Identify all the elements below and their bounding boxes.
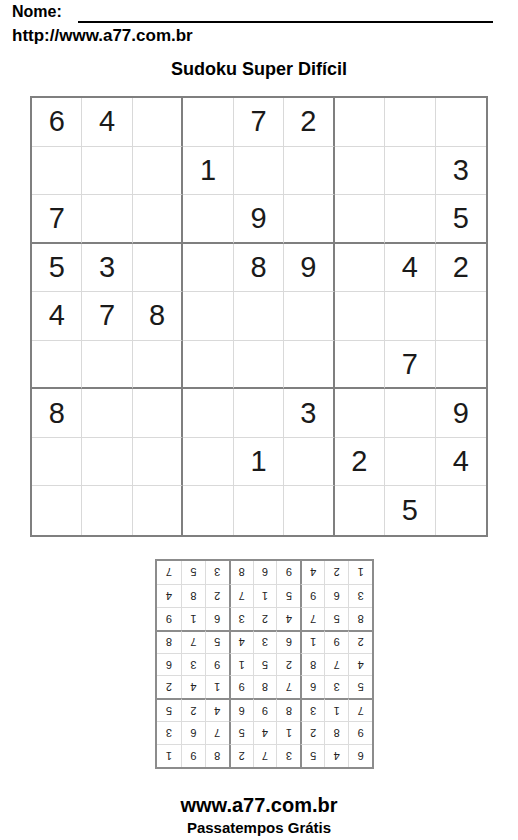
- puzzle-cell-r6c2: [82, 341, 132, 390]
- puzzle-cell-r2c5: [234, 147, 284, 196]
- puzzle-cell-r3c6: [284, 195, 334, 244]
- solution-cell-r3c6: 6: [229, 698, 253, 721]
- puzzle-cell-r9c6: [284, 486, 334, 535]
- solution-cell-r8c3: 9: [300, 584, 324, 607]
- puzzle-cell-r8c8: [385, 438, 435, 487]
- puzzle-cell-r1c5: 7: [234, 98, 284, 147]
- sudoku-worksheet-page: Nome: http://www.a77.com.br Sudoku Super…: [0, 0, 518, 840]
- puzzle-cell-r3c5: 9: [234, 195, 284, 244]
- solution-cell-r6c8: 7: [181, 630, 205, 653]
- puzzle-cell-r6c1: [32, 341, 82, 390]
- solution-cell-r3c8: 2: [181, 698, 205, 721]
- solution-cell-r7c8: 1: [181, 607, 205, 630]
- puzzle-cell-r4c6: 9: [284, 244, 334, 293]
- puzzle-cell-r6c6: [284, 341, 334, 390]
- solution-cell-r7c4: 4: [276, 607, 300, 630]
- solution-cell-r9c5: 6: [253, 561, 277, 584]
- puzzle-cell-r5c6: [284, 292, 334, 341]
- puzzle-cell-r2c2: [82, 147, 132, 196]
- solution-cell-r5c6: 1: [229, 653, 253, 676]
- puzzle-cell-r7c6: 3: [284, 389, 334, 438]
- puzzle-cell-r4c5: 8: [234, 244, 284, 293]
- solution-cell-r1c9: 1: [157, 744, 181, 767]
- solution-cell-r2c3: 2: [300, 721, 324, 744]
- solution-cell-r7c7: 6: [205, 607, 229, 630]
- puzzle-cell-r5c7: [335, 292, 385, 341]
- solution-cell-r7c1: 8: [348, 607, 372, 630]
- solution-cell-r6c9: 8: [157, 630, 181, 653]
- puzzle-cell-r1c1: 6: [32, 98, 82, 147]
- puzzle-cell-r5c1: 4: [32, 292, 82, 341]
- solution-cell-r6c1: 2: [348, 630, 372, 653]
- solution-cell-r4c9: 2: [157, 675, 181, 698]
- puzzle-cell-r8c4: [183, 438, 233, 487]
- sudoku-grid: 64721379553894247878391245: [30, 96, 488, 537]
- puzzle-cell-r3c4: [183, 195, 233, 244]
- puzzle-cell-r8c9: 4: [436, 438, 486, 487]
- solution-cell-r8c9: 4: [157, 584, 181, 607]
- solution-cell-r2c6: 5: [229, 721, 253, 744]
- solution-cell-r3c3: 3: [300, 698, 324, 721]
- puzzle-cell-r8c6: [284, 438, 334, 487]
- puzzle-cell-r5c4: [183, 292, 233, 341]
- solution-cell-r4c1: 5: [348, 675, 372, 698]
- puzzle-cell-r9c2: [82, 486, 132, 535]
- puzzle-cell-r3c1: 7: [32, 195, 82, 244]
- solution-cell-r6c6: 4: [229, 630, 253, 653]
- solution-cell-r9c2: 2: [324, 561, 348, 584]
- solution-cell-r6c5: 3: [253, 630, 277, 653]
- page-title: Sudoku Super Difícil: [0, 59, 518, 80]
- puzzle-cell-r7c7: [335, 389, 385, 438]
- puzzle-cell-r6c3: [133, 341, 183, 390]
- solution-cell-r5c9: 6: [157, 653, 181, 676]
- solution-cell-r1c6: 2: [229, 744, 253, 767]
- puzzle-cell-r4c7: [335, 244, 385, 293]
- solution-cell-r4c6: 9: [229, 675, 253, 698]
- puzzle-cell-r1c6: 2: [284, 98, 334, 147]
- puzzle-cell-r1c8: [385, 98, 435, 147]
- puzzle-cell-r5c3: 8: [133, 292, 183, 341]
- puzzle-cell-r3c3: [133, 195, 183, 244]
- solution-cell-r4c2: 3: [324, 675, 348, 698]
- solution-cell-r6c7: 5: [205, 630, 229, 653]
- site-url-text: http://www.a77.com.br: [12, 25, 193, 47]
- puzzle-cell-r3c2: [82, 195, 132, 244]
- solution-cell-r2c5: 4: [253, 721, 277, 744]
- puzzle-cell-r1c9: [436, 98, 486, 147]
- solution-cell-r2c9: 3: [157, 721, 181, 744]
- puzzle-cell-r7c3: [133, 389, 183, 438]
- puzzle-cell-r7c4: [183, 389, 233, 438]
- puzzle-cell-r9c9: [436, 486, 486, 535]
- puzzle-cell-r1c7: [335, 98, 385, 147]
- solution-cell-r5c5: 5: [253, 653, 277, 676]
- puzzle-cell-r7c5: [234, 389, 284, 438]
- solution-cell-r4c5: 8: [253, 675, 277, 698]
- solution-cell-r4c7: 1: [205, 675, 229, 698]
- solution-grid-rotated: 6453728919821457637138964255367891424782…: [155, 559, 374, 769]
- solution-cell-r4c3: 6: [300, 675, 324, 698]
- puzzle-cell-r9c4: [183, 486, 233, 535]
- puzzle-cell-r7c2: [82, 389, 132, 438]
- solution-cell-r7c3: 7: [300, 607, 324, 630]
- puzzle-cell-r8c5: 1: [234, 438, 284, 487]
- puzzle-cell-r2c8: [385, 147, 435, 196]
- puzzle-cell-r4c1: 5: [32, 244, 82, 293]
- puzzle-cell-r6c4: [183, 341, 233, 390]
- solution-cell-r1c3: 5: [300, 744, 324, 767]
- solution-cell-r2c7: 7: [205, 721, 229, 744]
- solution-cell-r1c4: 3: [276, 744, 300, 767]
- puzzle-cell-r2c3: [133, 147, 183, 196]
- puzzle-cell-r2c6: [284, 147, 334, 196]
- puzzle-cell-r4c8: 4: [385, 244, 435, 293]
- solution-cell-r9c3: 4: [300, 561, 324, 584]
- solution-cell-r6c4: 6: [276, 630, 300, 653]
- solution-cell-r3c4: 8: [276, 698, 300, 721]
- puzzle-cell-r4c9: 2: [436, 244, 486, 293]
- solution-cell-r3c9: 5: [157, 698, 181, 721]
- puzzle-cell-r4c3: [133, 244, 183, 293]
- puzzle-cell-r4c2: 3: [82, 244, 132, 293]
- solution-cell-r8c2: 6: [324, 584, 348, 607]
- puzzle-cell-r3c8: [385, 195, 435, 244]
- puzzle-cell-r5c5: [234, 292, 284, 341]
- solution-cell-r7c2: 5: [324, 607, 348, 630]
- solution-cell-r9c8: 5: [181, 561, 205, 584]
- solution-cell-r2c2: 8: [324, 721, 348, 744]
- puzzle-cell-r5c8: [385, 292, 435, 341]
- solution-cell-r4c8: 4: [181, 675, 205, 698]
- puzzle-cell-r8c3: [133, 438, 183, 487]
- puzzle-cell-r6c7: [335, 341, 385, 390]
- footer-site-url: www.a77.com.br: [0, 794, 518, 817]
- puzzle-cell-r7c8: [385, 389, 435, 438]
- puzzle-cell-r4c4: [183, 244, 233, 293]
- solution-cell-r3c7: 4: [205, 698, 229, 721]
- puzzle-cell-r7c9: 9: [436, 389, 486, 438]
- solution-cell-r5c1: 4: [348, 653, 372, 676]
- solution-cell-r1c2: 4: [324, 744, 348, 767]
- solution-cell-r3c1: 7: [348, 698, 372, 721]
- puzzle-cell-r9c8: 5: [385, 486, 435, 535]
- solution-cell-r8c5: 1: [253, 584, 277, 607]
- puzzle-cell-r2c1: [32, 147, 82, 196]
- puzzle-cell-r2c4: 1: [183, 147, 233, 196]
- solution-cell-r3c2: 1: [324, 698, 348, 721]
- solution-cell-r5c8: 3: [181, 653, 205, 676]
- puzzle-cell-r6c8: 7: [385, 341, 435, 390]
- solution-cell-r7c9: 9: [157, 607, 181, 630]
- puzzle-cell-r9c1: [32, 486, 82, 535]
- solution-cell-r1c1: 6: [348, 744, 372, 767]
- solution-cell-r9c7: 3: [205, 561, 229, 584]
- puzzle-cell-r1c4: [183, 98, 233, 147]
- solution-cell-r8c4: 5: [276, 584, 300, 607]
- solution-cell-r9c4: 9: [276, 561, 300, 584]
- solution-cell-r1c8: 9: [181, 744, 205, 767]
- solution-cell-r8c1: 3: [348, 584, 372, 607]
- solution-cell-r9c6: 8: [229, 561, 253, 584]
- puzzle-cell-r5c2: 7: [82, 292, 132, 341]
- solution-cell-r4c4: 7: [276, 675, 300, 698]
- solution-cell-r8c8: 8: [181, 584, 205, 607]
- solution-cell-r7c6: 3: [229, 607, 253, 630]
- solution-cell-r2c4: 1: [276, 721, 300, 744]
- puzzle-cell-r5c9: [436, 292, 486, 341]
- solution-cell-r8c6: 7: [229, 584, 253, 607]
- puzzle-cell-r6c9: [436, 341, 486, 390]
- solution-cell-r9c9: 7: [157, 561, 181, 584]
- puzzle-cell-r7c1: 8: [32, 389, 82, 438]
- solution-cell-r8c7: 2: [205, 584, 229, 607]
- footer-tagline: Passatempos Grátis: [0, 819, 518, 836]
- name-blank-line: [78, 6, 493, 23]
- solution-cell-r6c2: 9: [324, 630, 348, 653]
- solution-cell-r6c3: 1: [300, 630, 324, 653]
- solution-cell-r5c2: 7: [324, 653, 348, 676]
- puzzle-cell-r3c7: [335, 195, 385, 244]
- puzzle-cell-r3c9: 5: [436, 195, 486, 244]
- puzzle-cell-r9c7: [335, 486, 385, 535]
- solution-cell-r9c1: 1: [348, 561, 372, 584]
- puzzle-cell-r8c1: [32, 438, 82, 487]
- puzzle-cell-r9c5: [234, 486, 284, 535]
- solution-cell-r5c7: 9: [205, 653, 229, 676]
- solution-cell-r7c5: 2: [253, 607, 277, 630]
- solution-cell-r2c1: 9: [348, 721, 372, 744]
- solution-cell-r1c5: 7: [253, 744, 277, 767]
- solution-cell-r2c8: 6: [181, 721, 205, 744]
- puzzle-cell-r1c2: 4: [82, 98, 132, 147]
- solution-cell-r5c3: 8: [300, 653, 324, 676]
- solution-cell-r5c4: 2: [276, 653, 300, 676]
- name-label: Nome:: [12, 2, 62, 22]
- puzzle-cell-r6c5: [234, 341, 284, 390]
- puzzle-cell-r2c7: [335, 147, 385, 196]
- puzzle-cell-r2c9: 3: [436, 147, 486, 196]
- solution-cell-r1c7: 8: [205, 744, 229, 767]
- puzzle-cell-r1c3: [133, 98, 183, 147]
- puzzle-cell-r9c3: [133, 486, 183, 535]
- solution-cell-r3c5: 9: [253, 698, 277, 721]
- puzzle-cell-r8c2: [82, 438, 132, 487]
- puzzle-cell-r8c7: 2: [335, 438, 385, 487]
